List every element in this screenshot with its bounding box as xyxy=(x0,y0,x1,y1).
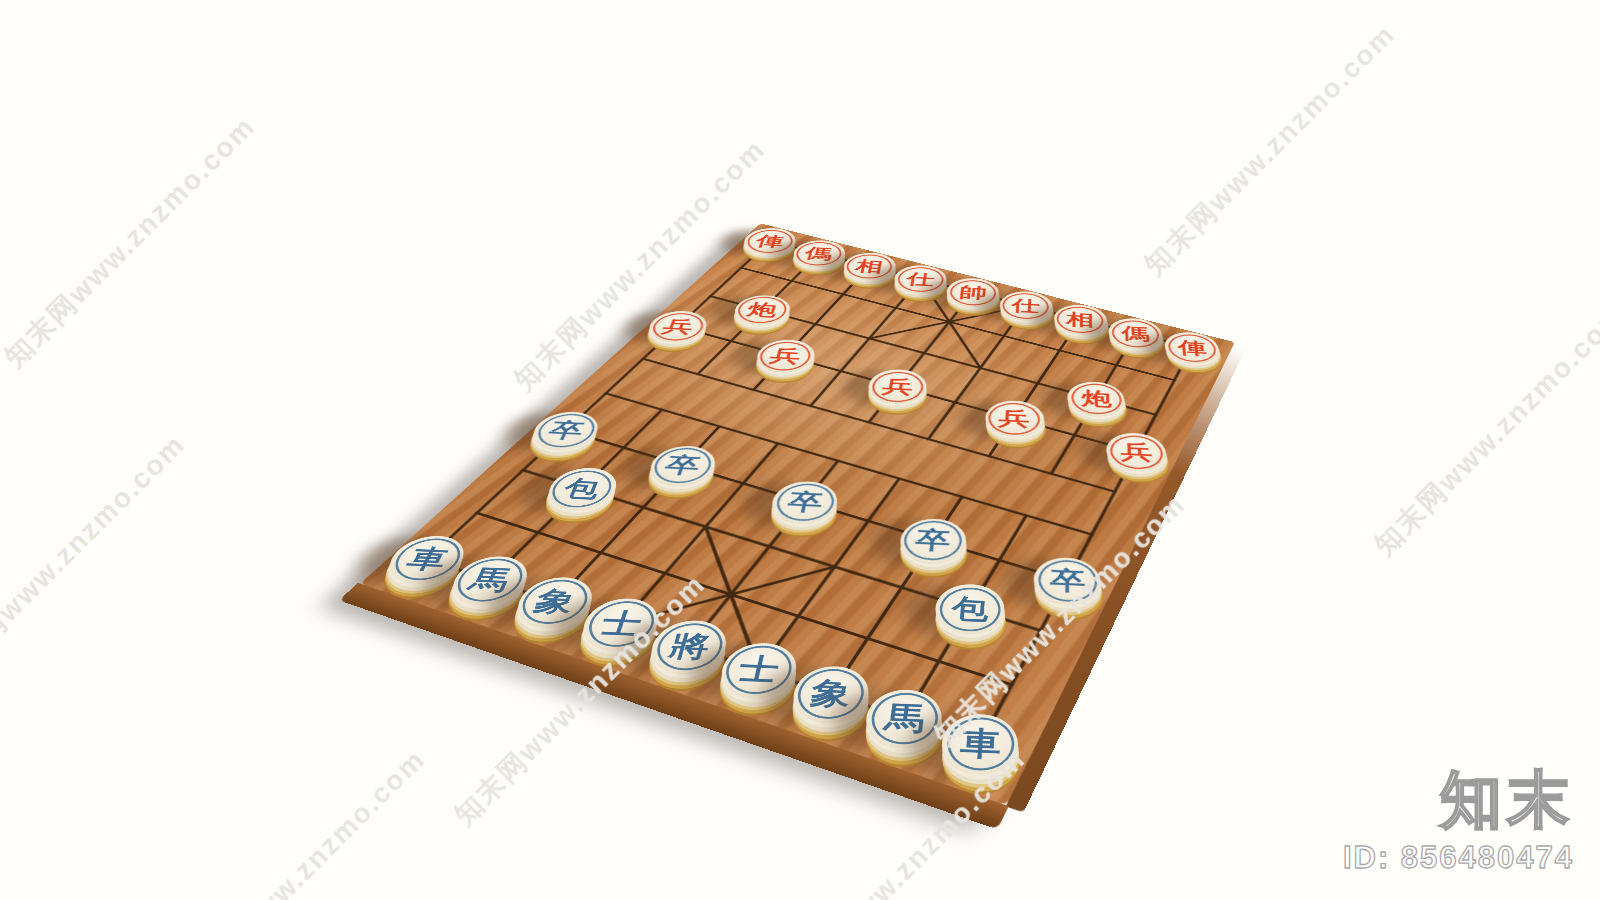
piece-character: 車 xyxy=(402,546,452,573)
site-logo: 知末 xyxy=(1343,769,1574,831)
piece-character: 相 xyxy=(1066,311,1095,328)
scene: 俥傌相仕帥仕相傌俥炮炮兵兵兵兵兵卒卒卒卒卒包包車馬象士將士象馬車 知末网www.… xyxy=(0,0,1600,900)
watermark-text: 知末网www.znzmo.com xyxy=(1136,16,1404,284)
piece-character: 帥 xyxy=(958,284,987,301)
piece-character: 包 xyxy=(951,595,990,623)
piece-character: 象 xyxy=(808,678,853,710)
image-id: ID: 856480474 xyxy=(1343,840,1574,876)
piece-character: 炮 xyxy=(1081,389,1112,409)
piece-character: 象 xyxy=(530,588,579,616)
piece-character: 兵 xyxy=(998,408,1030,429)
piece-character: 卒 xyxy=(1049,567,1085,594)
watermark-text: 知末网www.znzmo.com xyxy=(0,426,194,694)
piece-character: 車 xyxy=(958,727,1001,761)
piece-character: 兵 xyxy=(660,318,696,336)
piece-character: 卒 xyxy=(662,454,703,477)
piece-character: 卒 xyxy=(914,528,952,553)
piece-character: 包 xyxy=(560,477,604,501)
piece-character: 兵 xyxy=(1120,441,1153,463)
piece-character: 兵 xyxy=(880,377,914,397)
piece-character: 相 xyxy=(854,258,884,274)
piece-character: 士 xyxy=(597,610,645,639)
piece-character: 炮 xyxy=(745,301,779,318)
brand-block: 知末 ID: 856480474 xyxy=(1343,769,1574,876)
piece-character: 兵 xyxy=(768,347,803,366)
piece-character: 傌 xyxy=(804,246,835,261)
piece-character: 仕 xyxy=(906,271,936,287)
watermark-text: 知末网www.znzmo.com xyxy=(166,741,434,900)
piece-character: 將 xyxy=(665,632,712,662)
watermark-text: 知末网www.znzmo.com xyxy=(0,108,264,376)
piece-character: 俥 xyxy=(754,233,785,248)
piece-character: 卒 xyxy=(545,420,587,442)
piece-character: 馬 xyxy=(882,702,926,735)
watermark-text: 知末网www.znzmo.com xyxy=(1366,296,1600,564)
piece-character: 傌 xyxy=(1121,325,1150,343)
piece-character: 士 xyxy=(736,655,782,686)
piece-character: 俥 xyxy=(1177,339,1208,357)
xiangqi-board[interactable]: 俥傌相仕帥仕相傌俥炮炮兵兵兵兵兵卒卒卒卒卒包包車馬象士將士象馬車 xyxy=(360,223,1235,805)
piece-character: 卒 xyxy=(785,490,824,514)
piece-character: 仕 xyxy=(1012,297,1041,314)
piece-character: 馬 xyxy=(465,567,514,595)
